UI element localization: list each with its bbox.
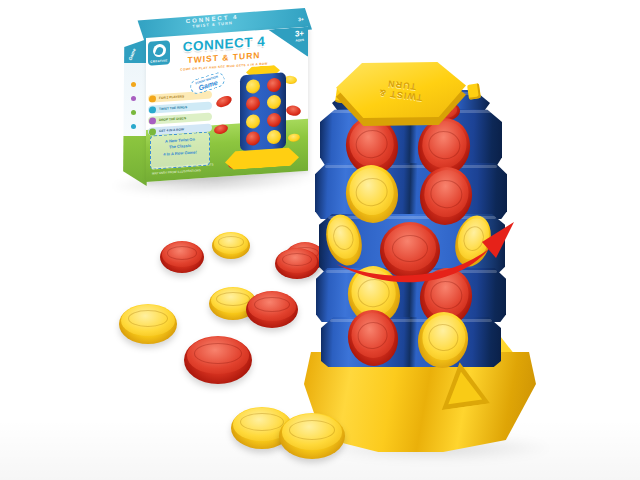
box-tower-artwork <box>220 61 306 175</box>
disc-groove <box>282 253 313 266</box>
red-disc <box>184 336 252 384</box>
side-dot-icon <box>131 110 136 115</box>
mini-slot <box>246 131 260 146</box>
disc-groove <box>216 292 250 306</box>
mini-red-disc <box>285 104 302 117</box>
flap-age-badge: 3+ <box>298 16 304 22</box>
feature-stripe: DROP THE DISCS <box>148 112 212 124</box>
mini-slot <box>267 95 281 110</box>
yellow-disc <box>212 232 250 259</box>
disc-groove <box>194 343 242 364</box>
flap-title: CONNECT 4 TWIST & TURN <box>186 14 239 30</box>
retail-box: CONNECT 4 TWIST & TURN 3+ Game SPECIFICA… <box>120 2 322 200</box>
mini-red-disc <box>215 94 233 110</box>
callout-box: A New Twist On The Classic 4 In A Row Ga… <box>150 132 210 170</box>
brand-logo-badge: CREATIVE <box>148 40 170 66</box>
red-disc <box>160 241 204 273</box>
cap-clip-tab <box>467 83 481 100</box>
feature-stripe: TWIST THE RINGS <box>148 101 212 113</box>
mini-slot <box>246 114 260 129</box>
box-front-face: SPECIFICATION: COLORS AND CONTENTS MAY V… <box>146 27 308 182</box>
yellow-disc <box>279 413 345 459</box>
side-dot-icon <box>131 82 136 87</box>
side-dot-icon <box>131 96 136 101</box>
yellow-disc <box>119 304 177 344</box>
disc-groove <box>218 236 245 248</box>
mini-slot <box>246 96 260 111</box>
mini-slot <box>267 77 281 92</box>
side-game-word: Game <box>128 48 137 61</box>
side-dot-icon <box>131 124 136 129</box>
mini-yellow-disc <box>288 133 300 142</box>
disc-groove <box>289 420 335 440</box>
red-disc <box>246 291 298 328</box>
red-disc <box>275 248 319 279</box>
cap-embossed-text: TWIST & TURN <box>378 77 424 102</box>
rotation-arrow-icon <box>332 200 532 292</box>
mini-slot <box>246 79 260 94</box>
product-photo-scene: CONNECT 4 TWIST & TURN 3+ Game SPECIFICA… <box>0 0 640 480</box>
disc-groove <box>167 246 198 260</box>
mini-slot <box>267 112 281 127</box>
mini-tower-body <box>240 72 286 151</box>
mini-slot <box>267 130 281 145</box>
